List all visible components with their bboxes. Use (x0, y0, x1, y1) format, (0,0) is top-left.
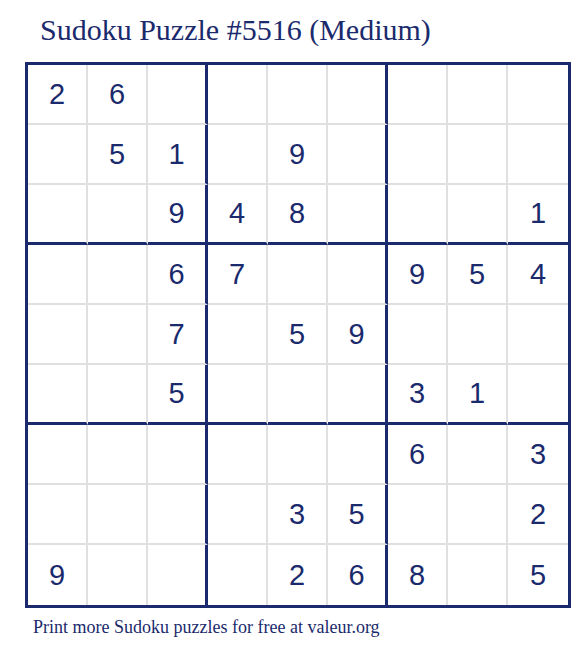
cell-r5c8[interactable] (448, 305, 508, 365)
cell-r3c8[interactable] (448, 185, 508, 245)
cell-r2c9[interactable] (508, 125, 568, 185)
cell-r2c1[interactable] (28, 125, 88, 185)
cell-r5c7[interactable] (388, 305, 448, 365)
cell-r4c4[interactable]: 7 (208, 245, 268, 305)
cell-r6c4[interactable] (208, 365, 268, 425)
cell-r4c6[interactable] (328, 245, 388, 305)
cell-r4c5[interactable] (268, 245, 328, 305)
cell-r7c4[interactable] (208, 425, 268, 485)
cell-r1c8[interactable] (448, 65, 508, 125)
cell-r2c6[interactable] (328, 125, 388, 185)
cell-r8c9[interactable]: 2 (508, 485, 568, 545)
cell-r8c3[interactable] (148, 485, 208, 545)
cell-r2c3[interactable]: 1 (148, 125, 208, 185)
cell-r7c2[interactable] (88, 425, 148, 485)
cell-r3c7[interactable] (388, 185, 448, 245)
cell-r4c3[interactable]: 6 (148, 245, 208, 305)
cell-r3c9[interactable]: 1 (508, 185, 568, 245)
cell-r8c8[interactable] (448, 485, 508, 545)
cell-r6c8[interactable]: 1 (448, 365, 508, 425)
cell-r9c3[interactable] (148, 545, 208, 605)
cell-r2c4[interactable] (208, 125, 268, 185)
cell-r3c4[interactable]: 4 (208, 185, 268, 245)
cell-r5c9[interactable] (508, 305, 568, 365)
cell-r7c3[interactable] (148, 425, 208, 485)
cell-r1c3[interactable] (148, 65, 208, 125)
cell-r8c7[interactable] (388, 485, 448, 545)
cell-r5c1[interactable] (28, 305, 88, 365)
cell-r1c2[interactable]: 6 (88, 65, 148, 125)
cell-r3c5[interactable]: 8 (268, 185, 328, 245)
cell-r7c1[interactable] (28, 425, 88, 485)
cell-r9c1[interactable]: 9 (28, 545, 88, 605)
cell-r6c9[interactable] (508, 365, 568, 425)
cell-r8c2[interactable] (88, 485, 148, 545)
cell-r8c1[interactable] (28, 485, 88, 545)
cell-r9c9[interactable]: 5 (508, 545, 568, 605)
cell-r8c6[interactable]: 5 (328, 485, 388, 545)
cell-r3c1[interactable] (28, 185, 88, 245)
cell-r9c4[interactable] (208, 545, 268, 605)
cell-r1c4[interactable] (208, 65, 268, 125)
sudoku-board: 265199481679547595316335292685 (25, 62, 571, 608)
cell-r9c5[interactable]: 2 (268, 545, 328, 605)
cell-r7c6[interactable] (328, 425, 388, 485)
cell-r2c7[interactable] (388, 125, 448, 185)
cell-r4c8[interactable]: 5 (448, 245, 508, 305)
cell-r4c9[interactable]: 4 (508, 245, 568, 305)
cell-r9c8[interactable] (448, 545, 508, 605)
page-title: Sudoku Puzzle #5516 (Medium) (40, 15, 431, 45)
cell-r8c5[interactable]: 3 (268, 485, 328, 545)
cell-r5c3[interactable]: 7 (148, 305, 208, 365)
cell-r4c2[interactable] (88, 245, 148, 305)
cell-r6c7[interactable]: 3 (388, 365, 448, 425)
cell-r6c1[interactable] (28, 365, 88, 425)
cell-r2c2[interactable]: 5 (88, 125, 148, 185)
cell-r7c8[interactable] (448, 425, 508, 485)
cell-r5c4[interactable] (208, 305, 268, 365)
cell-r5c5[interactable]: 5 (268, 305, 328, 365)
cell-r4c1[interactable] (28, 245, 88, 305)
cell-r6c2[interactable] (88, 365, 148, 425)
cell-r6c3[interactable]: 5 (148, 365, 208, 425)
cell-r3c3[interactable]: 9 (148, 185, 208, 245)
cell-r5c2[interactable] (88, 305, 148, 365)
cell-r3c2[interactable] (88, 185, 148, 245)
cell-r1c7[interactable] (388, 65, 448, 125)
cell-r7c5[interactable] (268, 425, 328, 485)
cell-r2c5[interactable]: 9 (268, 125, 328, 185)
cell-r2c8[interactable] (448, 125, 508, 185)
footer-note: Print more Sudoku puzzles for free at va… (33, 617, 380, 639)
cell-r1c9[interactable] (508, 65, 568, 125)
cell-r8c4[interactable] (208, 485, 268, 545)
cell-r9c6[interactable]: 6 (328, 545, 388, 605)
cell-r1c1[interactable]: 2 (28, 65, 88, 125)
cell-r1c6[interactable] (328, 65, 388, 125)
cell-r5c6[interactable]: 9 (328, 305, 388, 365)
cell-r7c9[interactable]: 3 (508, 425, 568, 485)
cell-r9c2[interactable] (88, 545, 148, 605)
cell-r4c7[interactable]: 9 (388, 245, 448, 305)
cell-r7c7[interactable]: 6 (388, 425, 448, 485)
cell-r3c6[interactable] (328, 185, 388, 245)
cell-r9c7[interactable]: 8 (388, 545, 448, 605)
cell-r6c5[interactable] (268, 365, 328, 425)
cell-r6c6[interactable] (328, 365, 388, 425)
cell-r1c5[interactable] (268, 65, 328, 125)
